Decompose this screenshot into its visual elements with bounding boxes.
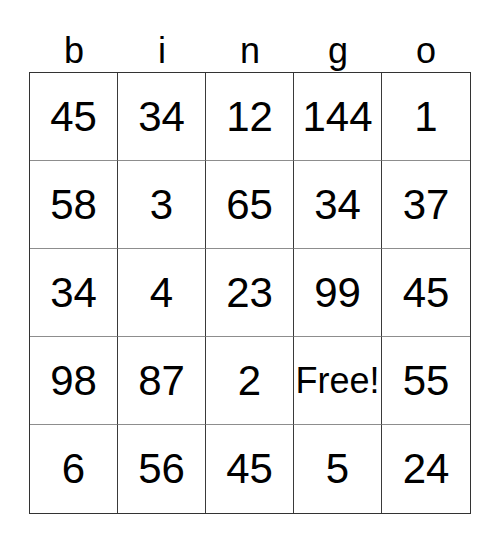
cell-r5c5[interactable]: 24 <box>382 425 470 513</box>
header-letter-b: b <box>30 33 118 72</box>
header-letter-o: o <box>382 33 470 72</box>
cell-r2c1[interactable]: 58 <box>30 161 118 249</box>
cell-r1c1[interactable]: 45 <box>30 73 118 161</box>
bingo-header: b i n g o <box>30 0 470 72</box>
cell-r4c5[interactable]: 55 <box>382 337 470 425</box>
cell-r2c4[interactable]: 34 <box>294 161 382 249</box>
cell-r2c3[interactable]: 65 <box>206 161 294 249</box>
cell-r5c2[interactable]: 56 <box>118 425 206 513</box>
cell-r4c2[interactable]: 87 <box>118 337 206 425</box>
cell-r4c3[interactable]: 2 <box>206 337 294 425</box>
header-letter-g: g <box>294 33 382 72</box>
bingo-card: b i n g o 45 34 12 144 1 58 3 65 34 37 3… <box>0 0 500 544</box>
cell-r1c5[interactable]: 1 <box>382 73 470 161</box>
cell-r2c5[interactable]: 37 <box>382 161 470 249</box>
cell-r4c1[interactable]: 98 <box>30 337 118 425</box>
cell-r5c3[interactable]: 45 <box>206 425 294 513</box>
cell-r3c1[interactable]: 34 <box>30 249 118 337</box>
header-letter-i: i <box>118 33 206 72</box>
cell-r3c2[interactable]: 4 <box>118 249 206 337</box>
cell-r3c3[interactable]: 23 <box>206 249 294 337</box>
cell-r2c2[interactable]: 3 <box>118 161 206 249</box>
cell-r3c5[interactable]: 45 <box>382 249 470 337</box>
free-cell[interactable]: Free! <box>294 337 382 425</box>
cell-r5c4[interactable]: 5 <box>294 425 382 513</box>
cell-r1c2[interactable]: 34 <box>118 73 206 161</box>
header-letter-n: n <box>206 33 294 72</box>
bingo-grid: 45 34 12 144 1 58 3 65 34 37 34 4 23 99 … <box>29 72 471 514</box>
cell-r1c3[interactable]: 12 <box>206 73 294 161</box>
cell-r1c4[interactable]: 144 <box>294 73 382 161</box>
cell-r5c1[interactable]: 6 <box>30 425 118 513</box>
cell-r3c4[interactable]: 99 <box>294 249 382 337</box>
